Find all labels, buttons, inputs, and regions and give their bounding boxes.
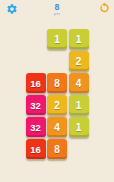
tile-1[interactable]: 1 xyxy=(69,117,89,137)
tile-32[interactable]: 32 xyxy=(26,95,46,115)
settings-button[interactable] xyxy=(6,3,18,15)
undo-button[interactable] xyxy=(98,2,110,14)
score-display: 8 pts xyxy=(54,3,60,16)
tile-4[interactable]: 4 xyxy=(47,117,67,137)
tile-1[interactable]: 1 xyxy=(47,29,67,49)
board-grid[interactable]: 112168432213241168 xyxy=(4,29,110,159)
tile-32[interactable]: 32 xyxy=(26,117,46,137)
game-screen: 8 pts 112168432213241168 xyxy=(0,0,114,182)
tile-16[interactable]: 16 xyxy=(26,139,46,159)
tile-8[interactable]: 8 xyxy=(47,139,67,159)
tile-16[interactable]: 16 xyxy=(26,73,46,93)
gear-icon xyxy=(6,3,18,15)
tile-4[interactable]: 4 xyxy=(69,73,89,93)
tile-8[interactable]: 8 xyxy=(47,73,67,93)
tile-2[interactable]: 2 xyxy=(47,95,67,115)
tile-1[interactable]: 1 xyxy=(69,95,89,115)
tile-1[interactable]: 1 xyxy=(69,29,89,49)
tile-2[interactable]: 2 xyxy=(69,51,89,71)
score-unit-label: pts xyxy=(54,12,60,16)
score-value: 8 xyxy=(54,3,60,11)
top-bar: 8 pts xyxy=(0,0,114,22)
undo-counterclockwise-arrow-icon xyxy=(98,2,110,14)
